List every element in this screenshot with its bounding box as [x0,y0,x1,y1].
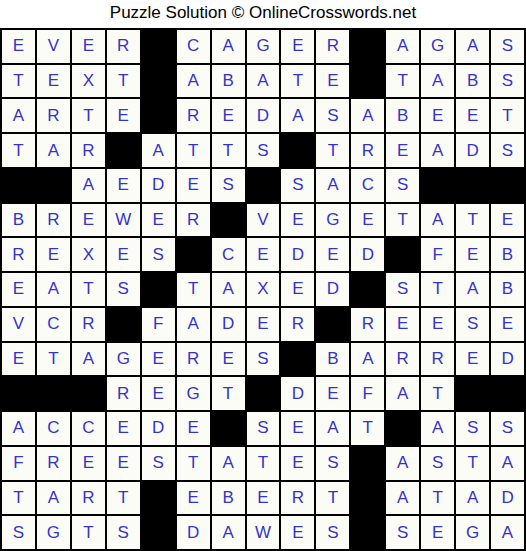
letter-cell: E [316,238,349,271]
letter-cell: E [37,238,70,271]
letter-cell: S [247,134,280,167]
black-cell [386,238,419,271]
letter-cell: S [281,169,314,202]
black-cell [456,169,489,202]
letter-cell: C [37,412,70,445]
letter-cell: R [177,204,210,237]
letter-cell: A [2,412,35,445]
letter-cell: A [2,99,35,132]
letter-cell: R [177,99,210,132]
letter-cell: V [247,204,280,237]
letter-cell: S [491,30,524,63]
letter-cell: T [177,273,210,306]
letter-cell: T [421,482,454,515]
letter-cell: E [37,65,70,98]
letter-cell: S [316,516,349,549]
black-cell [142,30,175,63]
letter-cell: S [421,447,454,480]
letter-cell: B [212,482,245,515]
letter-cell: R [351,134,384,167]
letter-cell: E [281,412,314,445]
letter-cell: E [177,482,210,515]
letter-cell: R [72,482,105,515]
letter-cell: B [456,65,489,98]
letter-cell: E [281,273,314,306]
letter-cell: A [421,134,454,167]
letter-cell: R [351,308,384,341]
letter-cell: R [2,238,35,271]
letter-cell: V [37,30,70,63]
letter-cell: F [351,377,384,410]
letter-cell: A [212,447,245,480]
letter-cell: D [456,134,489,167]
letter-cell: E [491,308,524,341]
letter-cell: T [2,65,35,98]
letter-cell: S [107,273,140,306]
letter-cell: T [177,447,210,480]
letter-cell: T [37,343,70,376]
letter-cell: S [456,412,489,445]
letter-cell: X [247,273,280,306]
letter-cell: T [421,273,454,306]
letter-cell: C [72,412,105,445]
letter-cell: A [177,65,210,98]
letter-cell: S [142,447,175,480]
letter-cell: E [212,99,245,132]
letter-cell: G [247,30,280,63]
black-cell [351,516,384,549]
letter-cell: A [212,516,245,549]
black-cell [212,204,245,237]
letter-cell: S [212,169,245,202]
letter-cell: R [281,482,314,515]
letter-cell: B [212,65,245,98]
letter-cell: X [72,65,105,98]
black-cell [351,273,384,306]
letter-cell: S [456,308,489,341]
letter-cell: A [456,482,489,515]
black-cell [351,447,384,480]
letter-cell: R [107,30,140,63]
letter-cell: D [247,99,280,132]
letter-cell: F [142,308,175,341]
letter-cell: E [281,447,314,480]
letter-cell: E [142,377,175,410]
letter-cell: A [421,204,454,237]
letter-cell: E [2,30,35,63]
crossword-grid: EVERCAGERAGASTEXTABATETABSARTEREDASABEET… [0,28,526,551]
black-cell [107,308,140,341]
black-cell [247,377,280,410]
letter-cell: T [72,273,105,306]
letter-cell: E [107,447,140,480]
black-cell [281,343,314,376]
letter-cell: E [177,169,210,202]
black-cell [491,169,524,202]
letter-cell: S [2,516,35,549]
letter-cell: D [281,377,314,410]
letter-cell: S [247,412,280,445]
letter-cell: T [386,204,419,237]
letter-cell: T [2,134,35,167]
page-title: Puzzle Solution © OnlineCrosswords.net [0,0,526,28]
letter-cell: A [72,343,105,376]
black-cell [386,412,419,445]
black-cell [142,65,175,98]
letter-cell: G [316,204,349,237]
letter-cell: T [491,99,524,132]
letter-cell: A [72,169,105,202]
letter-cell: D [212,308,245,341]
black-cell [351,482,384,515]
letter-cell: S [316,447,349,480]
letter-cell: E [421,516,454,549]
letter-cell: T [421,377,454,410]
letter-cell: D [491,482,524,515]
letter-cell: F [421,238,454,271]
letter-cell: S [142,238,175,271]
letter-cell: X [72,238,105,271]
letter-cell: E [421,99,454,132]
letter-cell: E [212,343,245,376]
black-cell [107,134,140,167]
black-cell [247,169,280,202]
letter-cell: G [421,30,454,63]
letter-cell: S [107,516,140,549]
letter-cell: E [316,65,349,98]
letter-cell: A [491,516,524,549]
letter-cell: E [247,308,280,341]
letter-cell: F [2,447,35,480]
letter-cell: E [142,343,175,376]
letter-cell: D [281,238,314,271]
letter-cell: S [386,516,419,549]
black-cell [351,65,384,98]
letter-cell: E [316,377,349,410]
letter-cell: E [247,482,280,515]
letter-cell: B [2,204,35,237]
letter-cell: G [107,343,140,376]
letter-cell: A [386,447,419,480]
black-cell [37,169,70,202]
letter-cell: R [37,99,70,132]
black-cell [281,134,314,167]
letter-cell: D [142,169,175,202]
black-cell [177,238,210,271]
letter-cell: R [72,134,105,167]
letter-cell: S [316,99,349,132]
letter-cell: A [316,412,349,445]
letter-cell: R [37,204,70,237]
letter-cell: B [316,343,349,376]
letter-cell: A [281,99,314,132]
black-cell [142,516,175,549]
letter-cell: A [142,134,175,167]
letter-cell: E [107,238,140,271]
letter-cell: E [281,204,314,237]
black-cell [2,169,35,202]
letter-cell: E [281,30,314,63]
letter-cell: D [351,238,384,271]
black-cell [2,377,35,410]
letter-cell: E [456,99,489,132]
letter-cell: T [2,482,35,515]
letter-cell: R [386,343,419,376]
black-cell [212,412,245,445]
letter-cell: E [72,447,105,480]
black-cell [491,377,524,410]
letter-cell: T [107,65,140,98]
letter-cell: T [107,482,140,515]
letter-cell: A [212,30,245,63]
letter-cell: D [316,273,349,306]
letter-cell: A [37,134,70,167]
letter-cell: E [386,308,419,341]
letter-cell: B [491,238,524,271]
letter-cell: A [386,377,419,410]
black-cell [142,99,175,132]
letter-cell: E [386,134,419,167]
letter-cell: D [142,412,175,445]
letter-cell: E [142,204,175,237]
puzzle-solution-page: Puzzle Solution © OnlineCrosswords.net E… [0,0,526,551]
letter-cell: R [37,447,70,480]
letter-cell: T [72,516,105,549]
letter-cell: G [456,516,489,549]
letter-cell: R [107,377,140,410]
black-cell [456,377,489,410]
letter-cell: A [351,343,384,376]
letter-cell: D [491,343,524,376]
letter-cell: A [351,99,384,132]
letter-cell: S [386,169,419,202]
letter-cell: T [316,134,349,167]
letter-cell: E [72,30,105,63]
letter-cell: R [177,343,210,376]
letter-cell: E [72,204,105,237]
letter-cell: R [421,343,454,376]
letter-cell: E [351,204,384,237]
letter-cell: A [247,65,280,98]
letter-cell: T [456,204,489,237]
letter-cell: T [177,134,210,167]
black-cell [421,169,454,202]
letter-cell: S [247,343,280,376]
letter-cell: T [247,447,280,480]
letter-cell: A [316,169,349,202]
letter-cell: A [37,482,70,515]
letter-cell: C [351,169,384,202]
letter-cell: T [351,412,384,445]
letter-cell: T [456,447,489,480]
black-cell [316,308,349,341]
letter-cell: B [491,273,524,306]
letter-cell: W [107,204,140,237]
letter-cell: A [491,447,524,480]
letter-cell: E [107,169,140,202]
letter-cell: E [491,204,524,237]
letter-cell: T [72,99,105,132]
letter-cell: S [491,412,524,445]
letter-cell: B [386,99,419,132]
letter-cell: A [386,482,419,515]
letter-cell: E [107,412,140,445]
letter-cell: E [2,343,35,376]
letter-cell: R [72,308,105,341]
letter-cell: S [491,134,524,167]
letter-cell: T [386,65,419,98]
letter-cell: S [491,65,524,98]
letter-cell: T [212,377,245,410]
letter-cell: T [212,134,245,167]
letter-cell: T [316,482,349,515]
black-cell [37,377,70,410]
letter-cell: S [386,273,419,306]
black-cell [142,482,175,515]
letter-cell: E [456,343,489,376]
letter-cell: W [247,516,280,549]
black-cell [142,273,175,306]
letter-cell: A [212,273,245,306]
letter-cell: G [177,377,210,410]
letter-cell: R [281,308,314,341]
letter-cell: E [281,516,314,549]
letter-cell: E [107,99,140,132]
letter-cell: E [456,238,489,271]
letter-cell: E [247,238,280,271]
letter-cell: A [177,308,210,341]
black-cell [72,377,105,410]
letter-cell: T [281,65,314,98]
letter-cell: C [212,238,245,271]
letter-cell: R [316,30,349,63]
letter-cell: V [2,308,35,341]
letter-cell: A [421,65,454,98]
letter-cell: E [177,412,210,445]
letter-cell: A [37,273,70,306]
letter-cell: D [177,516,210,549]
letter-cell: C [37,308,70,341]
letter-cell: A [456,273,489,306]
letter-cell: E [2,273,35,306]
letter-cell: A [421,412,454,445]
black-cell [351,30,384,63]
letter-cell: E [421,308,454,341]
letter-cell: A [386,30,419,63]
letter-cell: C [177,30,210,63]
letter-cell: G [37,516,70,549]
letter-cell: A [456,30,489,63]
